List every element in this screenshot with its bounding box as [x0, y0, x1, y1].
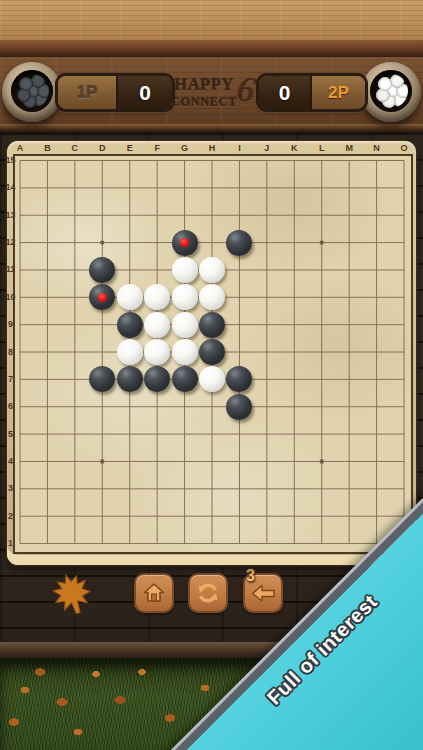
board-cell-B13[interactable]	[34, 202, 61, 229]
white-stone-F9	[144, 312, 170, 338]
board-cell-L11[interactable]	[308, 256, 335, 283]
row-label: 7	[3, 374, 18, 385]
board-cell-N9[interactable]	[363, 311, 390, 338]
black-stone-D10	[89, 284, 115, 310]
undo-button[interactable]: 3	[245, 575, 281, 611]
board-cell-H9[interactable]	[198, 311, 225, 338]
board-cell-E4[interactable]	[116, 448, 143, 475]
board-cell-D7[interactable]	[89, 366, 116, 393]
white-stone-G11	[172, 257, 198, 283]
board-cell-L1[interactable]	[308, 530, 335, 557]
board-cell-O4[interactable]	[390, 448, 417, 475]
board-cell-F12[interactable]	[143, 229, 170, 256]
row-label: 5	[3, 429, 18, 440]
board-cell-E6[interactable]	[116, 393, 143, 420]
board-cell-B8[interactable]	[34, 338, 61, 365]
col-label: A	[12, 143, 28, 154]
board-cell-F9[interactable]	[143, 311, 170, 338]
board-cell-L2[interactable]	[308, 502, 335, 529]
board-cell-K12[interactable]	[281, 229, 308, 256]
board-cell-G12[interactable]	[171, 229, 198, 256]
board-cell-L14[interactable]	[308, 174, 335, 201]
board-cell-G8[interactable]	[171, 338, 198, 365]
board-cell-I9[interactable]	[226, 311, 253, 338]
board-cell-D12[interactable]	[89, 229, 116, 256]
board-cell-M1[interactable]	[335, 530, 362, 557]
board-cell-I11[interactable]	[226, 256, 253, 283]
board-cell-B1[interactable]	[34, 530, 61, 557]
board-cell-E12[interactable]	[116, 229, 143, 256]
col-label: L	[314, 143, 330, 154]
board-cell-F7[interactable]	[143, 366, 170, 393]
restart-button[interactable]	[190, 575, 226, 611]
board-cell-C4[interactable]	[61, 448, 88, 475]
white-stones-in-bowl	[374, 74, 408, 108]
board-cell-M10[interactable]	[335, 284, 362, 311]
app-screen: 1P 0 HAPPY CONNECT 6 0 2P ABCDEFGHIJKLMN…	[0, 0, 423, 750]
white-stone-F10	[144, 284, 170, 310]
board-cell-C3[interactable]	[61, 475, 88, 502]
col-label: C	[67, 143, 83, 154]
row-label: 1	[3, 538, 18, 549]
row-label: 15	[3, 155, 18, 166]
board-cell-K8[interactable]	[281, 338, 308, 365]
board-cell-J6[interactable]	[253, 393, 280, 420]
board-cell-B10[interactable]	[34, 284, 61, 311]
board-cell-F13[interactable]	[143, 202, 170, 229]
shelf-edge	[0, 40, 423, 57]
undo-count-badge: 3	[246, 567, 255, 585]
row-label: 12	[3, 237, 18, 248]
board-cell-F4[interactable]	[143, 448, 170, 475]
board-cell-H12[interactable]	[198, 229, 225, 256]
board-cell-K7[interactable]	[281, 366, 308, 393]
board-cell-G7[interactable]	[171, 366, 198, 393]
board-cell-K2[interactable]	[281, 502, 308, 529]
home-button[interactable]	[136, 575, 172, 611]
board-cell-B11[interactable]	[34, 256, 61, 283]
board-parchment	[13, 154, 413, 554]
board-cell-F6[interactable]	[143, 393, 170, 420]
black-stone-F7	[144, 366, 170, 392]
board-cell-N13[interactable]	[363, 202, 390, 229]
board-cell-O13[interactable]	[390, 202, 417, 229]
board-cell-N11[interactable]	[363, 256, 390, 283]
board-cell-H11[interactable]	[198, 256, 225, 283]
board-cell-K6[interactable]	[281, 393, 308, 420]
board-cell-F10[interactable]	[143, 284, 170, 311]
board-cell-J13[interactable]	[253, 202, 280, 229]
board-cell-O3[interactable]	[390, 475, 417, 502]
player2-score: 0	[279, 81, 291, 105]
board-cell-I10[interactable]	[226, 284, 253, 311]
player2-label: 2P	[328, 83, 349, 103]
black-stone-D11	[89, 257, 115, 283]
board-cell-G11[interactable]	[171, 256, 198, 283]
board-cell-M12[interactable]	[335, 229, 362, 256]
board-cell-G4[interactable]	[171, 448, 198, 475]
board-cell-D10[interactable]	[89, 284, 116, 311]
board-cell-D8[interactable]	[89, 338, 116, 365]
board-cell-D14[interactable]	[89, 174, 116, 201]
board-cell-D13[interactable]	[89, 202, 116, 229]
board-cell-H14[interactable]	[198, 174, 225, 201]
board-cell-K1[interactable]	[281, 530, 308, 557]
board-cell-J2[interactable]	[253, 502, 280, 529]
board-cell-H10[interactable]	[198, 284, 225, 311]
board-cell-J10[interactable]	[253, 284, 280, 311]
board-cell-J14[interactable]	[253, 174, 280, 201]
board-cell-O11[interactable]	[390, 256, 417, 283]
board-cell-M8[interactable]	[335, 338, 362, 365]
board-cell-I14[interactable]	[226, 174, 253, 201]
board-cell-N6[interactable]	[363, 393, 390, 420]
black-stones-in-bowl	[15, 74, 49, 108]
game-logo: HAPPY CONNECT 6	[166, 77, 242, 108]
board-cell-C13[interactable]	[61, 202, 88, 229]
logo-line2: CONNECT	[166, 96, 242, 109]
white-stone-H7	[199, 366, 225, 392]
board-cell-E5[interactable]	[116, 420, 143, 447]
board-cell-I7[interactable]	[226, 366, 253, 393]
maple-leaf-decoration	[52, 572, 92, 616]
board-cell-C10[interactable]	[61, 284, 88, 311]
board-cell-J4[interactable]	[253, 448, 280, 475]
board-cell-G3[interactable]	[171, 475, 198, 502]
board-cell-H7[interactable]	[198, 366, 225, 393]
board-cell-C1[interactable]	[61, 530, 88, 557]
board-cell-C8[interactable]	[61, 338, 88, 365]
board-cell-L12[interactable]	[308, 229, 335, 256]
row-label: 9	[3, 319, 18, 330]
board-cell-J3[interactable]	[253, 475, 280, 502]
board-cell-H2[interactable]	[198, 502, 225, 529]
board-cell-H5[interactable]	[198, 420, 225, 447]
board-cell-N12[interactable]	[363, 229, 390, 256]
board-cell-C9[interactable]	[61, 311, 88, 338]
col-label: E	[122, 143, 138, 154]
black-stone-I12	[226, 230, 252, 256]
board-cell-I13[interactable]	[226, 202, 253, 229]
col-label: J	[259, 143, 275, 154]
board-cell-O12[interactable]	[390, 229, 417, 256]
board-cell-L3[interactable]	[308, 475, 335, 502]
board-cell-B4[interactable]	[34, 448, 61, 475]
board-cell-I5[interactable]	[226, 420, 253, 447]
black-stone-E9	[117, 312, 143, 338]
board-cell-O14[interactable]	[390, 174, 417, 201]
board-cell-F11[interactable]	[143, 256, 170, 283]
board-cell-F2[interactable]	[143, 502, 170, 529]
board-cell-H4[interactable]	[198, 448, 225, 475]
board-cell-K9[interactable]	[281, 311, 308, 338]
board-cell-E10[interactable]	[116, 284, 143, 311]
board-cell-K4[interactable]	[281, 448, 308, 475]
board-grid	[6, 147, 417, 557]
board-cell-C2[interactable]	[61, 502, 88, 529]
board-cell-L4[interactable]	[308, 448, 335, 475]
board-cell-J5[interactable]	[253, 420, 280, 447]
board-cell-G10[interactable]	[171, 284, 198, 311]
board-cell-H6[interactable]	[198, 393, 225, 420]
row-label: 13	[3, 210, 18, 221]
board-cell-J12[interactable]	[253, 229, 280, 256]
board-cell-G1[interactable]	[171, 530, 198, 557]
board-cell-L10[interactable]	[308, 284, 335, 311]
board-cell-H8[interactable]	[198, 338, 225, 365]
board-cell-D1[interactable]	[89, 530, 116, 557]
board-cell-J1[interactable]	[253, 530, 280, 557]
black-stone-H8	[199, 339, 225, 365]
last-move-marker	[180, 238, 189, 247]
board-cell-M6[interactable]	[335, 393, 362, 420]
white-stone-E8	[117, 339, 143, 365]
board-cell-K13[interactable]	[281, 202, 308, 229]
board-cell-I6[interactable]	[226, 393, 253, 420]
board-cell-K10[interactable]	[281, 284, 308, 311]
board-cell-H3[interactable]	[198, 475, 225, 502]
board-cell-O8[interactable]	[390, 338, 417, 365]
board-cell-C5[interactable]	[61, 420, 88, 447]
board-cell-N4[interactable]	[363, 448, 390, 475]
board-cell-D3[interactable]	[89, 475, 116, 502]
board-cell-G6[interactable]	[171, 393, 198, 420]
row-label: 8	[3, 347, 18, 358]
row-label: 4	[3, 456, 18, 467]
board-cell-I12[interactable]	[226, 229, 253, 256]
board-cell-E8[interactable]	[116, 338, 143, 365]
board-cell-D11[interactable]	[89, 256, 116, 283]
board-cell-B2[interactable]	[34, 502, 61, 529]
col-label: G	[177, 143, 193, 154]
black-stone-D7	[89, 366, 115, 392]
board-cell-M2[interactable]	[335, 502, 362, 529]
white-stone-H11	[199, 257, 225, 283]
row-label: 10	[3, 292, 18, 303]
board-cell-C11[interactable]	[61, 256, 88, 283]
col-label: F	[149, 143, 165, 154]
board-cell-G14[interactable]	[171, 174, 198, 201]
col-label: D	[94, 143, 110, 154]
board-cell-C6[interactable]	[61, 393, 88, 420]
board-cell-N3[interactable]	[363, 475, 390, 502]
black-stone-I6	[226, 394, 252, 420]
board-cell-K14[interactable]	[281, 174, 308, 201]
board-cell-F1[interactable]	[143, 530, 170, 557]
board-cell-N2[interactable]	[363, 502, 390, 529]
row-label: 14	[3, 182, 18, 193]
board-cell-D2[interactable]	[89, 502, 116, 529]
board-cell-G2[interactable]	[171, 502, 198, 529]
board-cell-L9[interactable]	[308, 311, 335, 338]
logo-line1: HAPPY	[166, 77, 242, 94]
black-stone-G7	[172, 366, 198, 392]
board-cell-I4[interactable]	[226, 448, 253, 475]
white-stone-G9	[172, 312, 198, 338]
board-cell-I2[interactable]	[226, 502, 253, 529]
board-cell-N7[interactable]	[363, 366, 390, 393]
home-icon	[142, 581, 166, 605]
black-stone-I7	[226, 366, 252, 392]
board-cell-C14[interactable]	[61, 174, 88, 201]
board-cell-M3[interactable]	[335, 475, 362, 502]
board-cell-K11[interactable]	[281, 256, 308, 283]
row-label: 11	[3, 264, 18, 275]
board-cell-L5[interactable]	[308, 420, 335, 447]
board-cell-F14[interactable]	[143, 174, 170, 201]
col-label: K	[286, 143, 302, 154]
player1-label: 1P	[77, 83, 98, 103]
board-cell-D6[interactable]	[89, 393, 116, 420]
white-stone-bowl	[361, 62, 421, 122]
col-label: N	[369, 143, 385, 154]
board-cell-G9[interactable]	[171, 311, 198, 338]
board-cell-E7[interactable]	[116, 366, 143, 393]
board-cell-N8[interactable]	[363, 338, 390, 365]
board-cell-M4[interactable]	[335, 448, 362, 475]
board-cell-B7[interactable]	[34, 366, 61, 393]
board-cell-K5[interactable]	[281, 420, 308, 447]
white-stone-F8	[144, 339, 170, 365]
board-cell-E11[interactable]	[116, 256, 143, 283]
board-cell-N5[interactable]	[363, 420, 390, 447]
board-cell-B9[interactable]	[34, 311, 61, 338]
board-cell-J7[interactable]	[253, 366, 280, 393]
board-cell-F5[interactable]	[143, 420, 170, 447]
board-cell-L13[interactable]	[308, 202, 335, 229]
restart-icon	[195, 580, 221, 606]
board-cell-N14[interactable]	[363, 174, 390, 201]
board-cell-M7[interactable]	[335, 366, 362, 393]
white-stone-E10	[117, 284, 143, 310]
board-cell-E1[interactable]	[116, 530, 143, 557]
board-cell-M11[interactable]	[335, 256, 362, 283]
board-cell-F8[interactable]	[143, 338, 170, 365]
board-cell-I1[interactable]	[226, 530, 253, 557]
board-cell-J8[interactable]	[253, 338, 280, 365]
black-stone-bowl	[2, 62, 62, 122]
white-stone-H10	[199, 284, 225, 310]
board-cell-G13[interactable]	[171, 202, 198, 229]
board-cell-L7[interactable]	[308, 366, 335, 393]
board-cell-M9[interactable]	[335, 311, 362, 338]
board-cell-M14[interactable]	[335, 174, 362, 201]
board-cell-B5[interactable]	[34, 420, 61, 447]
row-label: 2	[3, 511, 18, 522]
board-cell-E9[interactable]	[116, 311, 143, 338]
board-cell-O6[interactable]	[390, 393, 417, 420]
board-cell-D4[interactable]	[89, 448, 116, 475]
player2-score-panel: 0 2P	[259, 76, 365, 109]
board-cell-O5[interactable]	[390, 420, 417, 447]
board-cell-L8[interactable]	[308, 338, 335, 365]
col-label: I	[231, 143, 247, 154]
col-label: M	[341, 143, 357, 154]
row-label: 3	[3, 483, 18, 494]
board-cell-E2[interactable]	[116, 502, 143, 529]
board-cell-H13[interactable]	[198, 202, 225, 229]
board-cell-M13[interactable]	[335, 202, 362, 229]
board-cell-H1[interactable]	[198, 530, 225, 557]
white-stone-G10	[172, 284, 198, 310]
black-stone-H9	[199, 312, 225, 338]
board-cell-D5[interactable]	[89, 420, 116, 447]
board-cell-E14[interactable]	[116, 174, 143, 201]
white-stone-G8	[172, 339, 198, 365]
row-label: 6	[3, 401, 18, 412]
board-cell-B12[interactable]	[34, 229, 61, 256]
board-cell-F3[interactable]	[143, 475, 170, 502]
board-cell-D9[interactable]	[89, 311, 116, 338]
board-cell-I3[interactable]	[226, 475, 253, 502]
col-label: H	[204, 143, 220, 154]
black-stone-G12	[172, 230, 198, 256]
board-cell-B3[interactable]	[34, 475, 61, 502]
black-stone-E7	[117, 366, 143, 392]
board-cell-O10[interactable]	[390, 284, 417, 311]
col-label: B	[39, 143, 55, 154]
player1-score: 0	[139, 81, 151, 105]
player1-score-panel: 1P 0	[58, 76, 172, 109]
col-label: O	[396, 143, 412, 154]
top-wood-shelf	[0, 0, 423, 40]
board-cell-I8[interactable]	[226, 338, 253, 365]
board-cell-B6[interactable]	[34, 393, 61, 420]
board-cell-K3[interactable]	[281, 475, 308, 502]
game-board: ABCDEFGHIJKLMNO151413121110987654321	[7, 141, 416, 565]
board-cell-E3[interactable]	[116, 475, 143, 502]
last-move-marker	[98, 293, 107, 302]
board-cell-M5[interactable]	[335, 420, 362, 447]
board-cell-G5[interactable]	[171, 420, 198, 447]
board-cell-B14[interactable]	[34, 174, 61, 201]
board-cell-O7[interactable]	[390, 366, 417, 393]
board-cell-C7[interactable]	[61, 366, 88, 393]
board-cell-O9[interactable]	[390, 311, 417, 338]
board-cell-L6[interactable]	[308, 393, 335, 420]
board-cell-N10[interactable]	[363, 284, 390, 311]
board-cell-J11[interactable]	[253, 256, 280, 283]
board-cell-J9[interactable]	[253, 311, 280, 338]
board-cell-C12[interactable]	[61, 229, 88, 256]
board-cell-E13[interactable]	[116, 202, 143, 229]
